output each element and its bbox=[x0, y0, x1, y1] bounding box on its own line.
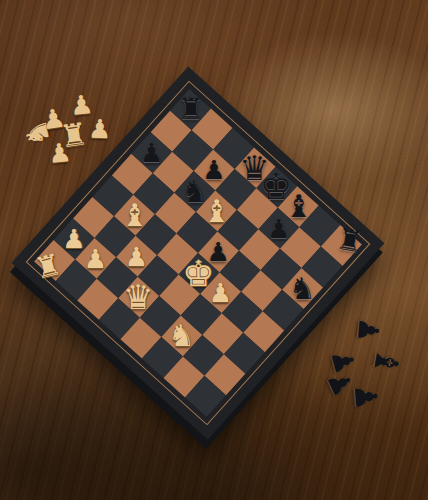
captured-black-bishop-lying: ♝ bbox=[368, 345, 404, 379]
captured-white-pawn: ♟ bbox=[40, 105, 67, 134]
piece-white-pawn-f4: ♟ bbox=[209, 280, 232, 306]
piece-white-pawn-a2: ♟ bbox=[62, 226, 85, 252]
piece-white-pawn-c3: ♟ bbox=[125, 243, 148, 269]
piece-black-rook-h8: ♜ bbox=[334, 224, 365, 257]
wood-table: ♜♛♚♝♜♟♟♟♞♝♞♟♝♚♟♟♟♟♛♞♜ ♞♜♟♟♟♟♟♟♝♟♟ bbox=[0, 0, 428, 500]
piece-black-pawn-f7: ♟ bbox=[267, 215, 290, 241]
captured-white-pawn: ♟ bbox=[88, 116, 112, 143]
captured-black-pawn-lying: ♟ bbox=[349, 382, 381, 411]
piece-black-pawn-c7: ♟ bbox=[203, 157, 226, 183]
captured-black-pawn-lying: ♟ bbox=[353, 316, 383, 343]
captured-white-pawn: ♟ bbox=[47, 139, 73, 167]
piece-black-pawn-e5: ♟ bbox=[207, 239, 230, 265]
piece-white-pawn-b2: ♟ bbox=[84, 245, 107, 271]
piece-black-pawn-a6: ♟ bbox=[140, 140, 163, 166]
